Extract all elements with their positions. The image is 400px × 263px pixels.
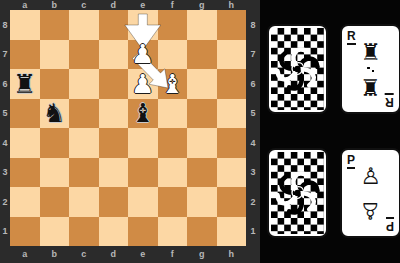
- square-f4[interactable]: [158, 128, 188, 158]
- rank-label-5: 5: [0, 99, 10, 129]
- square-d7[interactable]: [99, 40, 129, 70]
- square-b5[interactable]: ♞: [40, 99, 70, 129]
- rank-label-4: 4: [246, 128, 260, 158]
- file-labels-bottom: abcdefgh: [10, 246, 246, 263]
- black-rook-icon-flipped: ♜: [360, 75, 381, 98]
- piece-black-bishop[interactable]: ♝: [128, 99, 158, 129]
- rank-label-1: 1: [0, 217, 10, 247]
- square-e8[interactable]: [128, 10, 158, 40]
- square-g6[interactable]: [187, 69, 217, 99]
- rank-label-4: 4: [0, 128, 10, 158]
- rank-labels-right: 87654321: [246, 10, 260, 246]
- file-label-d: d: [99, 249, 129, 263]
- piece-black-rook[interactable]: ♜: [10, 69, 40, 99]
- square-h7[interactable]: [217, 40, 247, 70]
- board-area: abcdefgh 87654321 ♟♜♟♝♞♝ 87654321 abcdef…: [0, 0, 260, 263]
- file-label-b: b: [40, 249, 70, 263]
- square-a5[interactable]: [10, 99, 40, 129]
- square-d6[interactable]: [99, 69, 129, 99]
- black-rook-icon: ♜: [360, 41, 381, 64]
- square-d2[interactable]: [99, 187, 129, 217]
- card-back-pattern: [271, 152, 324, 234]
- card-black-rook[interactable]: RR♜♜: [340, 24, 400, 114]
- piece-white-pawn[interactable]: ♟: [128, 40, 158, 70]
- rank-label-5: 5: [246, 99, 260, 129]
- square-a1[interactable]: [10, 217, 40, 247]
- square-b2[interactable]: [40, 187, 70, 217]
- card-white-pawn[interactable]: PP♙♙: [340, 148, 400, 238]
- square-b6[interactable]: [40, 69, 70, 99]
- card-back-pattern: [271, 28, 324, 110]
- file-label-f: f: [158, 249, 188, 263]
- square-a8[interactable]: [10, 10, 40, 40]
- square-e5[interactable]: ♝: [128, 99, 158, 129]
- square-h5[interactable]: [217, 99, 247, 129]
- square-g1[interactable]: [187, 217, 217, 247]
- card-back[interactable]: [267, 24, 328, 114]
- square-g3[interactable]: [187, 158, 217, 188]
- rank-label-7: 7: [0, 40, 10, 70]
- square-h3[interactable]: [217, 158, 247, 188]
- card-letter-br: R: [385, 93, 394, 108]
- rank-label-3: 3: [0, 158, 10, 188]
- rank-label-3: 3: [246, 158, 260, 188]
- rank-label-6: 6: [0, 69, 10, 99]
- file-label-e: e: [128, 249, 158, 263]
- square-f3[interactable]: [158, 158, 188, 188]
- rank-label-8: 8: [0, 10, 10, 40]
- square-h1[interactable]: [217, 217, 247, 247]
- piece-black-knight[interactable]: ♞: [40, 99, 70, 129]
- file-label-a: a: [10, 249, 40, 263]
- square-e7[interactable]: ♟: [128, 40, 158, 70]
- square-f6[interactable]: ♝: [158, 69, 188, 99]
- file-label-d: d: [99, 0, 129, 10]
- square-h2[interactable]: [217, 187, 247, 217]
- square-g4[interactable]: [187, 128, 217, 158]
- piece-white-pawn[interactable]: ♟: [128, 69, 158, 99]
- square-d8[interactable]: [99, 10, 129, 40]
- file-label-c: c: [69, 0, 99, 10]
- white-pawn-icon-flipped: ♙: [360, 199, 381, 222]
- card-letter-br: P: [386, 217, 394, 232]
- piece-white-bishop[interactable]: ♝: [158, 69, 188, 99]
- square-c4[interactable]: [69, 128, 99, 158]
- file-label-f: f: [158, 0, 188, 10]
- square-c1[interactable]: [69, 217, 99, 247]
- file-label-c: c: [69, 249, 99, 263]
- square-e2[interactable]: [128, 187, 158, 217]
- square-a7[interactable]: [10, 40, 40, 70]
- square-c2[interactable]: [69, 187, 99, 217]
- square-a6[interactable]: ♜: [10, 69, 40, 99]
- square-d3[interactable]: [99, 158, 129, 188]
- rank-labels-left: 87654321: [0, 10, 10, 246]
- square-f2[interactable]: [158, 187, 188, 217]
- file-label-a: a: [10, 0, 40, 10]
- square-f5[interactable]: [158, 99, 188, 129]
- square-b3[interactable]: [40, 158, 70, 188]
- card-panel: RR♜♜PP♙♙: [260, 0, 400, 263]
- square-g5[interactable]: [187, 99, 217, 129]
- rank-label-1: 1: [246, 217, 260, 247]
- square-f1[interactable]: [158, 217, 188, 247]
- rank-label-6: 6: [246, 69, 260, 99]
- card-letter-tl: R: [347, 30, 356, 45]
- white-pawn-icon: ♙: [360, 165, 381, 188]
- rank-label-2: 2: [246, 187, 260, 217]
- square-f8[interactable]: [158, 10, 188, 40]
- file-label-h: h: [217, 0, 247, 10]
- file-label-g: g: [187, 0, 217, 10]
- square-d5[interactable]: [99, 99, 129, 129]
- square-d1[interactable]: [99, 217, 129, 247]
- rank-label-7: 7: [246, 40, 260, 70]
- square-g7[interactable]: [187, 40, 217, 70]
- card-letter-tl: P: [347, 154, 355, 169]
- square-e4[interactable]: [128, 128, 158, 158]
- file-labels-top: abcdefgh: [10, 0, 246, 10]
- square-e6[interactable]: ♟: [128, 69, 158, 99]
- card-back[interactable]: [267, 148, 328, 238]
- square-d4[interactable]: [99, 128, 129, 158]
- square-h4[interactable]: [217, 128, 247, 158]
- square-c5[interactable]: [69, 99, 99, 129]
- square-b8[interactable]: [40, 10, 70, 40]
- square-c3[interactable]: [69, 158, 99, 188]
- square-a4[interactable]: [10, 128, 40, 158]
- rank-label-2: 2: [0, 187, 10, 217]
- square-c8[interactable]: [69, 10, 99, 40]
- square-a3[interactable]: [10, 158, 40, 188]
- square-g2[interactable]: [187, 187, 217, 217]
- square-h6[interactable]: [217, 69, 247, 99]
- square-b1[interactable]: [40, 217, 70, 247]
- file-label-e: e: [128, 0, 158, 10]
- app-root: abcdefgh 87654321 ♟♜♟♝♞♝ 87654321 abcdef…: [0, 0, 400, 263]
- square-h8[interactable]: [217, 10, 247, 40]
- square-g8[interactable]: [187, 10, 217, 40]
- square-b4[interactable]: [40, 128, 70, 158]
- square-f7[interactable]: [158, 40, 188, 70]
- square-e3[interactable]: [128, 158, 158, 188]
- rank-label-8: 8: [246, 10, 260, 40]
- square-a2[interactable]: [10, 187, 40, 217]
- speck-dots: [366, 66, 376, 73]
- file-label-b: b: [40, 0, 70, 10]
- file-label-h: h: [217, 249, 247, 263]
- square-b7[interactable]: [40, 40, 70, 70]
- square-c6[interactable]: [69, 69, 99, 99]
- chess-board: ♟♜♟♝♞♝: [10, 10, 246, 246]
- square-c7[interactable]: [69, 40, 99, 70]
- file-label-g: g: [187, 249, 217, 263]
- square-e1[interactable]: [128, 217, 158, 247]
